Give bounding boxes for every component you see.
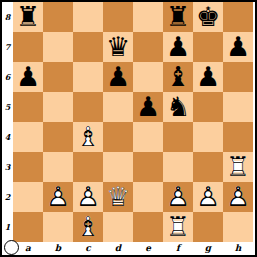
white-pawn-fill: ♟ [166,182,190,212]
rank-labels: 87654321 [2,2,13,242]
white-pawn[interactable]: ♙ [166,182,190,212]
black-queen[interactable]: ♛ [106,32,130,62]
square-g1[interactable] [193,212,223,242]
square-e7[interactable] [133,32,163,62]
square-b7[interactable] [43,32,73,62]
black-pawn[interactable]: ♟ [136,92,160,122]
black-pawn[interactable]: ♟ [106,62,130,92]
file-label-g: g [193,242,223,255]
square-a5[interactable] [13,92,43,122]
rank-label-5: 5 [2,92,13,122]
white-queen-fill: ♛ [106,182,130,212]
white-to-move-indicator [4,240,19,255]
square-f5[interactable]: ♞ [163,92,193,122]
square-h8[interactable] [223,2,253,32]
file-label-f: f [163,242,193,255]
square-e2[interactable] [133,182,163,212]
square-h6[interactable] [223,62,253,92]
white-pawn[interactable]: ♙ [196,182,220,212]
square-h2[interactable]: ♟♙ [223,182,253,212]
square-f4[interactable] [163,122,193,152]
square-h5[interactable] [223,92,253,122]
square-d6[interactable]: ♟ [103,62,133,92]
square-f1[interactable]: ♜♖ [163,212,193,242]
square-e4[interactable] [133,122,163,152]
square-b8[interactable] [43,2,73,32]
file-label-c: c [73,242,103,255]
square-a1[interactable] [13,212,43,242]
square-h4[interactable] [223,122,253,152]
white-rook-fill: ♜ [166,212,190,242]
square-f6[interactable]: ♝ [163,62,193,92]
white-pawn-fill: ♟ [46,182,70,212]
rank-label-2: 2 [2,182,13,212]
square-d3[interactable] [103,152,133,182]
black-pawn[interactable]: ♟ [16,62,40,92]
square-b1[interactable] [43,212,73,242]
white-queen[interactable]: ♕ [106,182,130,212]
white-bishop-fill: ♝ [76,122,100,152]
black-pawn[interactable]: ♟ [166,32,190,62]
file-label-h: h [223,242,253,255]
chess-board: ♜♜♚♛♟♟♟♟♝♟♟♞♝♗♜♖♟♙♟♙♛♕♟♙♟♙♟♙♝♗♜♖ [13,2,253,242]
square-c3[interactable] [73,152,103,182]
black-pawn[interactable]: ♟ [226,32,250,62]
square-e5[interactable]: ♟ [133,92,163,122]
square-g4[interactable] [193,122,223,152]
rank-label-1: 1 [2,212,13,242]
rank-label-3: 3 [2,152,13,182]
square-g8[interactable]: ♚ [193,2,223,32]
square-h3[interactable]: ♜♖ [223,152,253,182]
square-d2[interactable]: ♛♕ [103,182,133,212]
square-g7[interactable] [193,32,223,62]
rank-label-8: 8 [2,2,13,32]
square-h1[interactable] [223,212,253,242]
rank-label-6: 6 [2,62,13,92]
square-d5[interactable] [103,92,133,122]
square-h7[interactable]: ♟ [223,32,253,62]
white-bishop-fill: ♝ [76,212,100,242]
white-pawn[interactable]: ♙ [46,182,70,212]
square-d1[interactable] [103,212,133,242]
square-e6[interactable] [133,62,163,92]
file-labels: abcdefgh [13,242,253,255]
square-d4[interactable] [103,122,133,152]
white-rook-fill: ♜ [226,152,250,182]
square-b2[interactable]: ♟♙ [43,182,73,212]
square-f2[interactable]: ♟♙ [163,182,193,212]
square-e8[interactable] [133,2,163,32]
square-d7[interactable]: ♛ [103,32,133,62]
square-a8[interactable]: ♜ [13,2,43,32]
square-a3[interactable] [13,152,43,182]
square-f3[interactable] [163,152,193,182]
rank-label-4: 4 [2,122,13,152]
square-g3[interactable] [193,152,223,182]
square-g6[interactable]: ♟ [193,62,223,92]
black-king[interactable]: ♚ [196,2,220,32]
square-d8[interactable] [103,2,133,32]
square-a7[interactable] [13,32,43,62]
square-a4[interactable] [13,122,43,152]
file-label-e: e [133,242,163,255]
square-e3[interactable] [133,152,163,182]
square-c8[interactable] [73,2,103,32]
black-pawn[interactable]: ♟ [196,62,220,92]
white-pawn[interactable]: ♙ [76,182,100,212]
square-b4[interactable] [43,122,73,152]
square-e1[interactable] [133,212,163,242]
white-rook[interactable]: ♖ [166,212,190,242]
white-pawn[interactable]: ♙ [226,182,250,212]
square-b5[interactable] [43,92,73,122]
file-label-b: b [43,242,73,255]
file-label-d: d [103,242,133,255]
white-rook[interactable]: ♖ [226,152,250,182]
square-c1[interactable]: ♝♗ [73,212,103,242]
square-a2[interactable] [13,182,43,212]
square-c5[interactable] [73,92,103,122]
square-g5[interactable] [193,92,223,122]
square-b3[interactable] [43,152,73,182]
square-c4[interactable]: ♝♗ [73,122,103,152]
white-pawn-fill: ♟ [76,182,100,212]
square-c6[interactable] [73,62,103,92]
white-bishop[interactable]: ♗ [76,212,100,242]
square-c2[interactable]: ♟♙ [73,182,103,212]
rank-label-7: 7 [2,32,13,62]
square-f8[interactable]: ♜ [163,2,193,32]
square-f7[interactable]: ♟ [163,32,193,62]
square-b6[interactable] [43,62,73,92]
chess-diagram: 87654321 ♜♜♚♛♟♟♟♟♝♟♟♞♝♗♜♖♟♙♟♙♛♕♟♙♟♙♟♙♝♗♜… [0,0,257,257]
white-pawn-fill: ♟ [226,182,250,212]
black-rook[interactable]: ♜ [16,2,40,32]
black-knight[interactable]: ♞ [166,92,190,122]
white-bishop[interactable]: ♗ [76,122,100,152]
square-c7[interactable] [73,32,103,62]
white-pawn-fill: ♟ [196,182,220,212]
square-a6[interactable]: ♟ [13,62,43,92]
black-bishop[interactable]: ♝ [166,62,190,92]
black-rook[interactable]: ♜ [166,2,190,32]
square-g2[interactable]: ♟♙ [193,182,223,212]
